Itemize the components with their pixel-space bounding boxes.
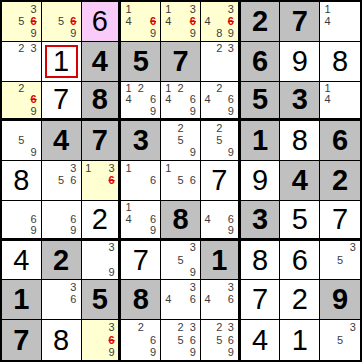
candidate-3: 3 — [187, 242, 199, 254]
given-digit: 8 — [92, 85, 108, 114]
empty-candidate-slot — [28, 67, 40, 79]
cell-r6c1[interactable]: 69 — [2, 201, 42, 241]
given-digit: 1 — [13, 285, 29, 314]
candidate-1: 1 — [122, 83, 134, 95]
empty-candidate-slot — [83, 242, 95, 254]
solved-digit: 9 — [252, 166, 268, 195]
empty-candidate-slot — [187, 254, 199, 266]
empty-candidate-slot — [94, 242, 106, 254]
empty-candidate-slot — [225, 122, 237, 134]
cell-r4c6[interactable]: 259 — [201, 121, 241, 161]
cell-r8c7[interactable]: 7 — [241, 280, 281, 320]
solved-digit: 1 — [292, 326, 308, 355]
cell-r8c5[interactable]: 346 — [161, 280, 201, 320]
cell-r8c6[interactable]: 346 — [201, 280, 241, 320]
cell-r5c2[interactable]: 356 — [42, 161, 82, 201]
cell-r1c9[interactable]: 14 — [320, 2, 360, 42]
cell-r7c8[interactable]: 6 — [280, 241, 320, 281]
empty-candidate-slot — [3, 213, 15, 225]
empty-candidate-slot — [162, 321, 174, 334]
candidate-5: 5 — [55, 15, 67, 27]
given-digit: 4 — [92, 47, 108, 76]
candidate-grid: 359 — [161, 241, 200, 280]
candidate-grid: 23569 — [201, 320, 238, 360]
empty-candidate-slot — [162, 187, 174, 199]
cell-r1c4[interactable]: 1469 — [121, 2, 161, 42]
empty-candidate-slot — [213, 67, 225, 79]
candidate-3: 3 — [106, 162, 118, 174]
candidate-2: 2 — [15, 83, 27, 95]
empty-candidate-slot — [147, 202, 159, 214]
solved-digit: 8 — [292, 126, 308, 155]
empty-candidate-slot — [28, 55, 40, 67]
cell-r5c9[interactable]: 2 — [320, 161, 360, 201]
given-digit: 1 — [252, 126, 268, 155]
empty-candidate-slot — [135, 106, 147, 118]
candidate-4: 4 — [202, 213, 214, 225]
candidate-6: 6 — [187, 294, 199, 306]
empty-candidate-slot — [346, 334, 359, 347]
candidate-3: 3 — [346, 242, 359, 254]
candidate-4: 4 — [321, 15, 334, 27]
solved-digit: 8 — [332, 47, 348, 76]
cell-r6c6[interactable]: 469 — [201, 201, 241, 241]
empty-candidate-slot — [15, 225, 27, 237]
empty-candidate-slot — [334, 3, 347, 15]
candidate-4: 4 — [122, 213, 134, 225]
empty-candidate-slot — [83, 174, 95, 186]
cell-r9c3[interactable]: 369 — [82, 320, 122, 360]
candidate-grid: 346 — [201, 280, 238, 319]
given-digit: 6 — [252, 47, 268, 76]
candidate-6: 6 — [225, 213, 237, 225]
empty-candidate-slot — [135, 225, 147, 237]
empty-candidate-slot — [162, 334, 174, 347]
cell-r1c6[interactable]: 34689 — [201, 2, 241, 42]
empty-candidate-slot — [94, 254, 106, 266]
cell-r2c6[interactable]: 23 — [201, 42, 241, 82]
empty-candidate-slot — [162, 174, 174, 186]
cell-r4c7[interactable]: 1 — [241, 121, 281, 161]
candidate-1: 1 — [162, 83, 174, 95]
cell-r8c3[interactable]: 5 — [82, 280, 122, 320]
cell-r3c3[interactable]: 8 — [82, 82, 122, 122]
candidate-6: 6 — [147, 174, 159, 186]
empty-candidate-slot — [55, 3, 67, 15]
given-digit: 2 — [252, 7, 268, 36]
empty-candidate-slot — [213, 225, 225, 237]
empty-candidate-slot — [55, 225, 67, 237]
candidate-9: 9 — [67, 28, 79, 40]
empty-candidate-slot — [202, 3, 214, 15]
cell-r7c9[interactable]: 35 — [320, 241, 360, 281]
cell-r8c9[interactable]: 9 — [320, 280, 360, 320]
candidate-grid: 1469 — [121, 201, 160, 238]
candidate-5: 5 — [213, 135, 225, 147]
empty-candidate-slot — [28, 122, 40, 134]
empty-candidate-slot — [346, 28, 359, 40]
candidate-grid: 14 — [320, 2, 360, 41]
candidate-2: 2 — [213, 43, 225, 55]
empty-candidate-slot — [67, 3, 79, 15]
candidate-4: 4 — [202, 94, 214, 106]
empty-candidate-slot — [67, 202, 79, 214]
empty-candidate-slot — [202, 346, 214, 359]
cell-r3c9[interactable]: 14 — [320, 82, 360, 122]
empty-candidate-slot — [162, 346, 174, 359]
cell-r8c1[interactable]: 1 — [2, 280, 42, 320]
empty-candidate-slot — [346, 15, 359, 27]
solved-digit: 6 — [292, 246, 308, 275]
cell-r3c7[interactable]: 5 — [241, 82, 281, 122]
cell-r2c7[interactable]: 6 — [241, 42, 281, 82]
cell-r8c8[interactable]: 2 — [280, 280, 320, 320]
given-digit: 5 — [92, 285, 108, 314]
empty-candidate-slot — [55, 162, 67, 174]
cell-r1c2[interactable]: 569 — [42, 2, 82, 42]
cell-r1c3[interactable]: 6 — [82, 2, 122, 42]
given-digit: 2 — [53, 246, 69, 275]
cell-r7c5[interactable]: 359 — [161, 241, 201, 281]
empty-candidate-slot — [43, 15, 55, 27]
empty-candidate-slot — [346, 254, 359, 266]
empty-candidate-slot — [94, 162, 106, 174]
empty-candidate-slot — [3, 67, 15, 79]
empty-candidate-slot — [225, 306, 237, 318]
eliminated-candidate-6: 6 — [106, 174, 118, 186]
cell-r6c8[interactable]: 5 — [280, 201, 320, 241]
candidate-9: 9 — [28, 106, 40, 118]
empty-candidate-slot — [162, 266, 174, 278]
solved-digit: 7 — [53, 85, 69, 114]
candidate-2: 2 — [15, 43, 27, 55]
cell-r4c8[interactable]: 8 — [280, 121, 320, 161]
empty-candidate-slot — [162, 147, 174, 159]
cell-r5c3[interactable]: 136 — [82, 161, 122, 201]
empty-candidate-slot — [94, 174, 106, 186]
empty-candidate-slot — [213, 346, 225, 359]
cell-r9c9[interactable]: 35 — [320, 320, 360, 360]
empty-candidate-slot — [225, 202, 237, 214]
candidate-6: 6 — [187, 334, 199, 347]
candidate-1: 1 — [321, 83, 334, 95]
candidate-grid: 369 — [82, 320, 119, 360]
solved-digit: 5 — [292, 205, 308, 234]
candidate-grid: 356 — [42, 161, 81, 200]
empty-candidate-slot — [122, 106, 134, 118]
cell-r6c3[interactable]: 2 — [82, 201, 122, 241]
cell-r5c1[interactable]: 8 — [2, 161, 42, 201]
cell-r2c2[interactable]: 1 — [42, 42, 82, 82]
cell-r2c8[interactable]: 9 — [280, 42, 320, 82]
empty-candidate-slot — [94, 266, 106, 278]
cell-r7c3[interactable]: 39 — [82, 241, 122, 281]
cell-r3c1[interactable]: 269 — [2, 82, 42, 122]
empty-candidate-slot — [3, 55, 15, 67]
empty-candidate-slot — [213, 202, 225, 214]
cell-r5c8[interactable]: 4 — [280, 161, 320, 201]
candidate-9: 9 — [28, 147, 40, 159]
empty-candidate-slot — [187, 135, 199, 147]
solved-digit: 7 — [332, 205, 348, 234]
candidate-9: 9 — [28, 28, 40, 40]
solved-digit: 1 — [53, 47, 69, 76]
empty-candidate-slot — [55, 281, 67, 293]
candidate-4: 4 — [122, 94, 134, 106]
cell-r9c7[interactable]: 4 — [241, 320, 281, 360]
cell-r7c6[interactable]: 1 — [201, 241, 241, 281]
cell-r9c8[interactable]: 1 — [280, 320, 320, 360]
cell-r2c1[interactable]: 23 — [2, 42, 42, 82]
empty-candidate-slot — [94, 334, 106, 347]
solved-digit: 7 — [252, 285, 268, 314]
empty-candidate-slot — [135, 202, 147, 214]
empty-candidate-slot — [3, 15, 15, 27]
candidate-2: 2 — [213, 122, 225, 134]
empty-candidate-slot — [321, 106, 334, 118]
candidate-9: 9 — [225, 346, 237, 359]
empty-candidate-slot — [135, 94, 147, 106]
candidate-grid: 269 — [2, 82, 41, 119]
empty-candidate-slot — [55, 294, 67, 306]
empty-candidate-slot — [55, 306, 67, 318]
given-digit: 4 — [53, 126, 69, 155]
cell-r2c5[interactable]: 7 — [161, 42, 201, 82]
cell-r9c1[interactable]: 7 — [2, 320, 42, 360]
given-digit: 8 — [172, 205, 188, 234]
empty-candidate-slot — [15, 55, 27, 67]
candidate-1: 1 — [122, 3, 134, 15]
cell-r6c4[interactable]: 1469 — [121, 201, 161, 241]
given-digit: 3 — [252, 205, 268, 234]
cell-r2c9[interactable]: 8 — [320, 42, 360, 82]
cell-r3c5[interactable]: 12469 — [161, 82, 201, 122]
empty-candidate-slot — [43, 202, 55, 214]
empty-candidate-slot — [334, 266, 347, 278]
empty-candidate-slot — [213, 55, 225, 67]
empty-candidate-slot — [3, 202, 15, 214]
empty-candidate-slot — [174, 94, 186, 106]
empty-candidate-slot — [3, 106, 15, 118]
candidate-1: 1 — [162, 3, 174, 15]
cell-r4c5[interactable]: 259 — [161, 121, 201, 161]
cell-r3c6[interactable]: 2469 — [201, 82, 241, 122]
empty-candidate-slot — [202, 43, 214, 55]
cell-r9c4[interactable]: 269 — [121, 320, 161, 360]
empty-candidate-slot — [94, 187, 106, 199]
candidate-grid: 1469 — [121, 2, 160, 41]
cell-r4c3[interactable]: 7 — [82, 121, 122, 161]
cell-r7c1[interactable]: 4 — [2, 241, 42, 281]
candidate-2: 2 — [213, 83, 225, 95]
candidate-2: 2 — [174, 122, 186, 134]
candidate-5: 5 — [174, 254, 186, 266]
empty-candidate-slot — [321, 266, 334, 278]
candidate-6: 6 — [187, 94, 199, 106]
empty-candidate-slot — [187, 187, 199, 199]
empty-candidate-slot — [213, 15, 225, 27]
given-digit: 3 — [292, 85, 308, 114]
candidate-5: 5 — [334, 254, 347, 266]
empty-candidate-slot — [83, 334, 95, 347]
empty-candidate-slot — [122, 174, 134, 186]
empty-candidate-slot — [213, 306, 225, 318]
empty-candidate-slot — [174, 28, 186, 40]
candidate-3: 3 — [187, 321, 199, 334]
candidate-4: 4 — [162, 294, 174, 306]
solved-digit: 4 — [13, 246, 29, 275]
candidate-grid: 23569 — [161, 320, 200, 360]
empty-candidate-slot — [202, 106, 214, 118]
cell-r6c5[interactable]: 8 — [161, 201, 201, 241]
candidate-6: 6 — [67, 213, 79, 225]
given-digit: 5 — [252, 85, 268, 114]
candidate-grid: 12469 — [161, 82, 200, 119]
cell-r1c7[interactable]: 2 — [241, 2, 281, 42]
empty-candidate-slot — [202, 147, 214, 159]
empty-candidate-slot — [174, 106, 186, 118]
candidate-9: 9 — [187, 346, 199, 359]
cell-r5c4[interactable]: 16 — [121, 161, 161, 201]
empty-candidate-slot — [122, 225, 134, 237]
empty-candidate-slot — [187, 306, 199, 318]
candidate-9: 9 — [147, 106, 159, 118]
candidate-5: 5 — [15, 135, 27, 147]
given-digit: 6 — [332, 126, 348, 155]
empty-candidate-slot — [174, 3, 186, 15]
cell-r3c4[interactable]: 12469 — [121, 82, 161, 122]
empty-candidate-slot — [174, 162, 186, 174]
empty-candidate-slot — [135, 3, 147, 15]
candidate-grid: 34689 — [201, 2, 238, 41]
empty-candidate-slot — [15, 106, 27, 118]
cell-r9c6[interactable]: 23569 — [201, 320, 241, 360]
solved-digit: 7 — [133, 246, 149, 275]
empty-candidate-slot — [334, 346, 347, 359]
cell-r1c5[interactable]: 13469 — [161, 2, 201, 42]
candidate-grid: 259 — [201, 121, 238, 160]
candidate-grid: 16 — [121, 161, 160, 200]
empty-candidate-slot — [225, 135, 237, 147]
cell-r2c3[interactable]: 4 — [82, 42, 122, 82]
candidate-grid: 2469 — [201, 82, 238, 119]
empty-candidate-slot — [321, 334, 334, 347]
empty-candidate-slot — [174, 147, 186, 159]
cell-r3c2[interactable]: 7 — [42, 82, 82, 122]
empty-candidate-slot — [174, 242, 186, 254]
cell-r9c2[interactable]: 8 — [42, 320, 82, 360]
candidate-3: 3 — [225, 3, 237, 15]
empty-candidate-slot — [135, 28, 147, 40]
empty-candidate-slot — [346, 3, 359, 15]
empty-candidate-slot — [334, 321, 347, 334]
candidate-6: 6 — [225, 334, 237, 347]
candidate-9: 9 — [225, 225, 237, 237]
empty-candidate-slot — [135, 334, 147, 347]
eliminated-candidate-6: 6 — [28, 15, 40, 27]
candidate-grid: 12469 — [121, 82, 160, 119]
empty-candidate-slot — [147, 162, 159, 174]
candidate-6: 6 — [28, 213, 40, 225]
candidate-grid: 59 — [2, 121, 41, 160]
candidate-6: 6 — [147, 213, 159, 225]
cell-r7c2[interactable]: 2 — [42, 241, 82, 281]
candidate-grid: 35 — [320, 320, 360, 360]
candidate-2: 2 — [213, 321, 225, 334]
cell-r6c2[interactable]: 69 — [42, 201, 82, 241]
candidate-9: 9 — [225, 147, 237, 159]
empty-candidate-slot — [321, 321, 334, 334]
cell-r6c7[interactable]: 3 — [241, 201, 281, 241]
cell-r4c2[interactable]: 4 — [42, 121, 82, 161]
empty-candidate-slot — [15, 147, 27, 159]
given-digit: 1 — [211, 246, 227, 275]
empty-candidate-slot — [135, 162, 147, 174]
empty-candidate-slot — [43, 174, 55, 186]
candidate-grid: 13469 — [161, 2, 200, 41]
cell-r1c1[interactable]: 3569 — [2, 2, 42, 42]
cell-r8c2[interactable]: 36 — [42, 280, 82, 320]
cell-r7c7[interactable]: 8 — [241, 241, 281, 281]
empty-candidate-slot — [3, 43, 15, 55]
empty-candidate-slot — [3, 122, 15, 134]
candidate-5: 5 — [174, 334, 186, 347]
candidate-3: 3 — [225, 43, 237, 55]
empty-candidate-slot — [67, 306, 79, 318]
empty-candidate-slot — [202, 306, 214, 318]
cell-r9c5[interactable]: 23569 — [161, 320, 201, 360]
empty-candidate-slot — [213, 294, 225, 306]
candidate-9: 9 — [187, 147, 199, 159]
candidate-grid: 136 — [82, 161, 119, 200]
cell-r5c6[interactable]: 7 — [201, 161, 241, 201]
candidate-4: 4 — [162, 94, 174, 106]
cell-r5c7[interactable]: 9 — [241, 161, 281, 201]
cell-r4c9[interactable]: 6 — [320, 121, 360, 161]
candidate-1: 1 — [321, 3, 334, 15]
given-digit: 9 — [332, 285, 348, 314]
cell-r4c4[interactable]: 3 — [121, 121, 161, 161]
cell-r1c8[interactable]: 7 — [280, 2, 320, 42]
cell-r8c4[interactable]: 8 — [121, 280, 161, 320]
cell-r2c4[interactable]: 5 — [121, 42, 161, 82]
empty-candidate-slot — [28, 83, 40, 95]
cell-r5c5[interactable]: 156 — [161, 161, 201, 201]
eliminated-candidate-6: 6 — [67, 15, 79, 27]
empty-candidate-slot — [202, 28, 214, 40]
empty-candidate-slot — [43, 3, 55, 15]
candidate-3: 3 — [346, 321, 359, 334]
given-digit: 2 — [332, 166, 348, 195]
empty-candidate-slot — [213, 281, 225, 293]
cell-r7c4[interactable]: 7 — [121, 241, 161, 281]
candidate-grid: 39 — [82, 241, 119, 280]
empty-candidate-slot — [83, 187, 95, 199]
cell-r6c9[interactable]: 7 — [320, 201, 360, 241]
candidate-5: 5 — [55, 174, 67, 186]
candidate-9: 9 — [147, 225, 159, 237]
candidate-9: 9 — [106, 266, 118, 278]
cell-r4c1[interactable]: 59 — [2, 121, 42, 161]
eliminated-candidate-6: 6 — [106, 334, 118, 347]
empty-candidate-slot — [162, 254, 174, 266]
empty-candidate-slot — [43, 28, 55, 40]
empty-candidate-slot — [321, 242, 334, 254]
cell-r3c8[interactable]: 3 — [280, 82, 320, 122]
candidate-9: 9 — [225, 106, 237, 118]
empty-candidate-slot — [162, 135, 174, 147]
empty-candidate-slot — [106, 254, 118, 266]
